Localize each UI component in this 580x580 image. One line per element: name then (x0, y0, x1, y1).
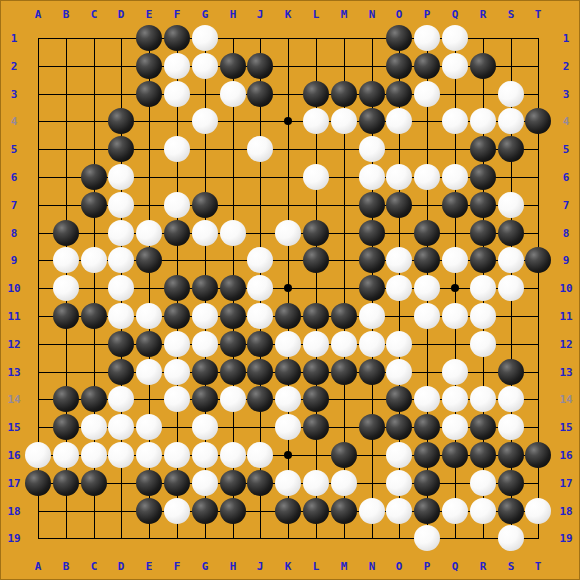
stone-black-N7 (359, 192, 385, 218)
stone-black-D5 (108, 136, 134, 162)
stone-black-R9 (470, 247, 496, 273)
stone-black-O2 (386, 53, 412, 79)
stone-black-E1 (136, 25, 162, 51)
stone-black-R5 (470, 136, 496, 162)
stone-white-F13 (164, 359, 190, 385)
stone-white-L6 (303, 164, 329, 190)
stone-white-O4 (386, 108, 412, 134)
stone-black-L3 (303, 81, 329, 107)
stone-white-Q9 (442, 247, 468, 273)
row-label-3-right: 3 (563, 88, 570, 101)
stone-black-C17 (81, 470, 107, 496)
stone-black-C7 (81, 192, 107, 218)
stone-black-L9 (303, 247, 329, 273)
stone-white-L4 (303, 108, 329, 134)
stone-black-E3 (136, 81, 162, 107)
row-label-11-left: 11 (7, 310, 20, 323)
stone-black-E12 (136, 331, 162, 357)
stone-white-H8 (220, 220, 246, 246)
stone-white-G2 (192, 53, 218, 79)
stone-black-R16 (470, 442, 496, 468)
stone-white-D11 (108, 303, 134, 329)
stone-black-E9 (136, 247, 162, 273)
stone-black-E2 (136, 53, 162, 79)
stone-white-E11 (136, 303, 162, 329)
stone-black-T9 (525, 247, 551, 273)
column-label-L-bottom: L (313, 560, 320, 573)
stone-white-Q13 (442, 359, 468, 385)
stone-white-L12 (303, 331, 329, 357)
stone-white-C15 (81, 414, 107, 440)
column-label-M-top: M (341, 8, 348, 21)
row-label-1-left: 1 (11, 32, 18, 45)
stone-black-H13 (220, 359, 246, 385)
stone-white-F5 (164, 136, 190, 162)
stone-white-K17 (275, 470, 301, 496)
stone-white-M4 (331, 108, 357, 134)
row-label-15-left: 15 (7, 421, 20, 434)
stone-black-P16 (414, 442, 440, 468)
stone-white-C16 (81, 442, 107, 468)
stone-white-G12 (192, 331, 218, 357)
stone-white-O12 (386, 331, 412, 357)
stone-black-H2 (220, 53, 246, 79)
stone-white-F7 (164, 192, 190, 218)
column-label-G-bottom: G (202, 560, 209, 573)
stone-white-N11 (359, 303, 385, 329)
stone-white-D8 (108, 220, 134, 246)
column-label-O-bottom: O (396, 560, 403, 573)
stone-black-H10 (220, 275, 246, 301)
stone-black-D13 (108, 359, 134, 385)
stone-black-O1 (386, 25, 412, 51)
stone-white-R14 (470, 386, 496, 412)
stone-black-N15 (359, 414, 385, 440)
column-label-T-top: T (535, 8, 542, 21)
stone-white-S4 (498, 108, 524, 134)
stone-black-N3 (359, 81, 385, 107)
stone-white-O16 (386, 442, 412, 468)
stone-black-T16 (525, 442, 551, 468)
row-label-11-right: 11 (559, 310, 572, 323)
star-point-K10 (284, 284, 292, 292)
stone-white-O6 (386, 164, 412, 190)
stone-black-M16 (331, 442, 357, 468)
star-point-Q10 (451, 284, 459, 292)
stone-black-B8 (53, 220, 79, 246)
stone-white-D10 (108, 275, 134, 301)
stone-white-E13 (136, 359, 162, 385)
column-label-F-bottom: F (174, 560, 181, 573)
stone-white-D9 (108, 247, 134, 273)
column-label-R-bottom: R (480, 560, 487, 573)
column-label-B-bottom: B (63, 560, 70, 573)
stone-black-P17 (414, 470, 440, 496)
stone-black-T4 (525, 108, 551, 134)
row-label-19-right: 19 (559, 532, 572, 545)
column-label-E-top: E (146, 8, 153, 21)
stone-white-B10 (53, 275, 79, 301)
row-label-8-right: 8 (563, 227, 570, 240)
stone-white-O13 (386, 359, 412, 385)
stone-black-G7 (192, 192, 218, 218)
stone-white-D14 (108, 386, 134, 412)
row-label-8-left: 8 (11, 227, 18, 240)
stone-white-S15 (498, 414, 524, 440)
stone-black-G13 (192, 359, 218, 385)
stone-white-G17 (192, 470, 218, 496)
stone-white-Q6 (442, 164, 468, 190)
stone-white-R4 (470, 108, 496, 134)
stone-white-F2 (164, 53, 190, 79)
row-label-7-left: 7 (11, 199, 18, 212)
stone-white-O18 (386, 498, 412, 524)
row-label-19-left: 19 (7, 532, 20, 545)
column-label-F-top: F (174, 8, 181, 21)
stone-white-B16 (53, 442, 79, 468)
row-label-6-left: 6 (11, 171, 18, 184)
row-label-4-left: 4 (11, 115, 18, 128)
stone-white-R17 (470, 470, 496, 496)
stone-black-K11 (275, 303, 301, 329)
grid-line-horizontal-19 (38, 538, 539, 539)
stone-black-K18 (275, 498, 301, 524)
row-label-6-right: 6 (563, 171, 570, 184)
row-label-4-right: 4 (563, 115, 570, 128)
stone-black-R2 (470, 53, 496, 79)
column-label-C-bottom: C (91, 560, 98, 573)
column-label-N-bottom: N (369, 560, 376, 573)
stone-black-M18 (331, 498, 357, 524)
row-label-13-left: 13 (7, 366, 20, 379)
stone-white-S3 (498, 81, 524, 107)
row-label-12-left: 12 (7, 338, 20, 351)
stone-black-B17 (53, 470, 79, 496)
stone-white-F3 (164, 81, 190, 107)
stone-black-D4 (108, 108, 134, 134)
stone-white-E8 (136, 220, 162, 246)
stone-white-N12 (359, 331, 385, 357)
stone-black-F17 (164, 470, 190, 496)
column-label-K-top: K (285, 8, 292, 21)
stone-white-S14 (498, 386, 524, 412)
row-label-7-right: 7 (563, 199, 570, 212)
stone-black-O7 (386, 192, 412, 218)
column-label-D-bottom: D (118, 560, 125, 573)
stone-white-Q18 (442, 498, 468, 524)
star-point-K4 (284, 117, 292, 125)
stone-white-Q4 (442, 108, 468, 134)
stone-black-C14 (81, 386, 107, 412)
stone-black-C6 (81, 164, 107, 190)
stone-black-O3 (386, 81, 412, 107)
column-label-D-top: D (118, 8, 125, 21)
column-label-N-top: N (369, 8, 376, 21)
stone-black-M13 (331, 359, 357, 385)
stone-white-T18 (525, 498, 551, 524)
stone-black-F8 (164, 220, 190, 246)
stone-white-C9 (81, 247, 107, 273)
stone-white-P3 (414, 81, 440, 107)
stone-white-O17 (386, 470, 412, 496)
stone-white-Q15 (442, 414, 468, 440)
stone-black-E18 (136, 498, 162, 524)
stone-black-D12 (108, 331, 134, 357)
stone-black-H11 (220, 303, 246, 329)
stone-white-F12 (164, 331, 190, 357)
stone-black-H18 (220, 498, 246, 524)
column-label-O-top: O (396, 8, 403, 21)
stone-black-J12 (247, 331, 273, 357)
stone-white-H3 (220, 81, 246, 107)
stone-black-B11 (53, 303, 79, 329)
row-label-9-left: 9 (11, 254, 18, 267)
stone-white-P14 (414, 386, 440, 412)
stone-black-P8 (414, 220, 440, 246)
column-label-Q-top: Q (452, 8, 459, 21)
stone-white-Q11 (442, 303, 468, 329)
row-label-14-left: 14 (7, 393, 20, 406)
stone-white-G1 (192, 25, 218, 51)
stone-black-N10 (359, 275, 385, 301)
stone-white-P1 (414, 25, 440, 51)
stone-black-S18 (498, 498, 524, 524)
stone-black-G10 (192, 275, 218, 301)
row-label-9-right: 9 (563, 254, 570, 267)
stone-white-J11 (247, 303, 273, 329)
column-label-J-top: J (257, 8, 264, 21)
stone-black-P2 (414, 53, 440, 79)
stone-black-C11 (81, 303, 107, 329)
column-label-R-top: R (480, 8, 487, 21)
column-label-B-top: B (63, 8, 70, 21)
column-label-S-bottom: S (508, 560, 515, 573)
stone-white-N6 (359, 164, 385, 190)
row-label-2-right: 2 (563, 60, 570, 73)
stone-white-J10 (247, 275, 273, 301)
stone-white-S10 (498, 275, 524, 301)
stone-black-O14 (386, 386, 412, 412)
stone-white-D7 (108, 192, 134, 218)
stone-white-H14 (220, 386, 246, 412)
row-label-16-left: 16 (7, 449, 20, 462)
stone-black-L13 (303, 359, 329, 385)
stone-black-B14 (53, 386, 79, 412)
stone-white-E15 (136, 414, 162, 440)
stone-black-S5 (498, 136, 524, 162)
stone-white-E16 (136, 442, 162, 468)
stone-white-M17 (331, 470, 357, 496)
stone-white-G16 (192, 442, 218, 468)
go-app: { "game": "go", "board": { "size": 19, "… (0, 0, 580, 580)
stone-white-J16 (247, 442, 273, 468)
column-label-P-top: P (424, 8, 431, 21)
column-label-A-top: A (35, 8, 42, 21)
stone-white-K12 (275, 331, 301, 357)
stone-black-Q16 (442, 442, 468, 468)
stone-white-G11 (192, 303, 218, 329)
stone-white-O9 (386, 247, 412, 273)
row-label-10-left: 10 (7, 282, 20, 295)
stone-white-G8 (192, 220, 218, 246)
stone-black-P9 (414, 247, 440, 273)
column-label-S-top: S (508, 8, 515, 21)
stone-white-P11 (414, 303, 440, 329)
stone-black-L15 (303, 414, 329, 440)
stone-black-M11 (331, 303, 357, 329)
stone-white-F16 (164, 442, 190, 468)
column-label-P-bottom: P (424, 560, 431, 573)
column-label-H-bottom: H (230, 560, 237, 573)
stone-white-D15 (108, 414, 134, 440)
stone-black-A17 (25, 470, 51, 496)
stone-white-J9 (247, 247, 273, 273)
stone-white-H16 (220, 442, 246, 468)
stone-black-L11 (303, 303, 329, 329)
stone-black-R6 (470, 164, 496, 190)
stone-black-F11 (164, 303, 190, 329)
go-board[interactable]: AABBCCDDEEFFGGHHJJKKLLMMNNOOPPQQRRSSTT11… (0, 0, 580, 580)
stone-black-S13 (498, 359, 524, 385)
stone-black-S8 (498, 220, 524, 246)
stone-white-S9 (498, 247, 524, 273)
stone-black-G14 (192, 386, 218, 412)
stone-black-H17 (220, 470, 246, 496)
row-label-15-right: 15 (559, 421, 572, 434)
stone-black-J17 (247, 470, 273, 496)
stone-black-N8 (359, 220, 385, 246)
stone-white-O10 (386, 275, 412, 301)
stone-white-Q2 (442, 53, 468, 79)
stone-black-S16 (498, 442, 524, 468)
stone-black-K13 (275, 359, 301, 385)
row-label-2-left: 2 (11, 60, 18, 73)
stone-black-J13 (247, 359, 273, 385)
stone-white-N18 (359, 498, 385, 524)
stone-black-N4 (359, 108, 385, 134)
stone-black-J2 (247, 53, 273, 79)
stone-white-R10 (470, 275, 496, 301)
column-label-Q-bottom: Q (452, 560, 459, 573)
row-label-18-right: 18 (559, 505, 572, 518)
star-point-K16 (284, 451, 292, 459)
stone-white-F18 (164, 498, 190, 524)
stone-black-R15 (470, 414, 496, 440)
column-label-L-top: L (313, 8, 320, 21)
row-label-5-left: 5 (11, 143, 18, 156)
stone-white-K15 (275, 414, 301, 440)
column-label-C-top: C (91, 8, 98, 21)
row-label-18-left: 18 (7, 505, 20, 518)
stone-black-P18 (414, 498, 440, 524)
stone-white-K8 (275, 220, 301, 246)
row-label-10-right: 10 (559, 282, 572, 295)
column-label-J-bottom: J (257, 560, 264, 573)
stone-white-S19 (498, 525, 524, 551)
stone-black-P15 (414, 414, 440, 440)
stone-black-J14 (247, 386, 273, 412)
stone-black-H12 (220, 331, 246, 357)
stone-black-S17 (498, 470, 524, 496)
stone-white-Q1 (442, 25, 468, 51)
stone-black-Q7 (442, 192, 468, 218)
column-label-E-bottom: E (146, 560, 153, 573)
stone-white-F14 (164, 386, 190, 412)
stone-white-R11 (470, 303, 496, 329)
column-label-T-bottom: T (535, 560, 542, 573)
stone-black-F10 (164, 275, 190, 301)
stone-white-L17 (303, 470, 329, 496)
stone-white-R12 (470, 331, 496, 357)
stone-white-S7 (498, 192, 524, 218)
row-label-1-right: 1 (563, 32, 570, 45)
column-label-H-top: H (230, 8, 237, 21)
stone-black-N9 (359, 247, 385, 273)
column-label-A-bottom: A (35, 560, 42, 573)
stone-black-L18 (303, 498, 329, 524)
stone-black-L14 (303, 386, 329, 412)
stone-white-P10 (414, 275, 440, 301)
stone-black-B15 (53, 414, 79, 440)
stone-black-L8 (303, 220, 329, 246)
column-label-M-bottom: M (341, 560, 348, 573)
column-label-G-top: G (202, 8, 209, 21)
stone-white-B9 (53, 247, 79, 273)
stone-black-F1 (164, 25, 190, 51)
stone-white-J5 (247, 136, 273, 162)
column-label-K-bottom: K (285, 560, 292, 573)
stone-white-K14 (275, 386, 301, 412)
stone-black-R7 (470, 192, 496, 218)
stone-white-G15 (192, 414, 218, 440)
row-label-16-right: 16 (559, 449, 572, 462)
stone-white-P19 (414, 525, 440, 551)
stone-white-R18 (470, 498, 496, 524)
row-label-13-right: 13 (559, 366, 572, 379)
stone-black-J3 (247, 81, 273, 107)
stone-white-D16 (108, 442, 134, 468)
stone-white-N5 (359, 136, 385, 162)
stone-black-N13 (359, 359, 385, 385)
stone-white-M12 (331, 331, 357, 357)
stone-black-R8 (470, 220, 496, 246)
stone-black-G18 (192, 498, 218, 524)
stone-white-D6 (108, 164, 134, 190)
stone-white-G4 (192, 108, 218, 134)
row-label-17-right: 17 (559, 477, 572, 490)
stone-black-O15 (386, 414, 412, 440)
stone-white-P6 (414, 164, 440, 190)
stone-black-E17 (136, 470, 162, 496)
row-label-14-right: 14 (559, 393, 572, 406)
stone-white-A16 (25, 442, 51, 468)
row-label-17-left: 17 (7, 477, 20, 490)
row-label-5-right: 5 (563, 143, 570, 156)
stone-black-M3 (331, 81, 357, 107)
stone-white-Q14 (442, 386, 468, 412)
row-label-3-left: 3 (11, 88, 18, 101)
row-label-12-right: 12 (559, 338, 572, 351)
